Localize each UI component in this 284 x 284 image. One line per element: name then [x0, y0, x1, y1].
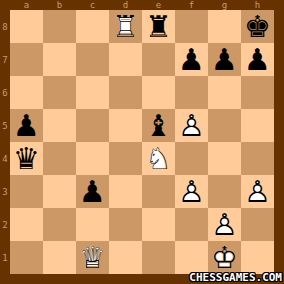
square-d4: [109, 142, 142, 175]
square-h6: [241, 76, 274, 109]
white-pawn: ♟♙: [241, 175, 274, 208]
square-c8: [76, 10, 109, 43]
chess-board: ♜♖♜♚♟♟♟♟♝♟♙♛♞♘♟♟♙♟♙♟♙♛♕♚♔: [10, 10, 274, 274]
square-e7: [142, 43, 175, 76]
rank-label-4: 4: [0, 142, 10, 175]
white-queen: ♛♕: [76, 241, 109, 274]
square-h5: [241, 109, 274, 142]
square-b8: [43, 10, 76, 43]
black-bishop: ♝: [142, 109, 175, 142]
square-e4: ♞♘: [142, 142, 175, 175]
square-g1: ♚♔: [208, 241, 241, 274]
square-h1: [241, 241, 274, 274]
file-labels: abcdefgh: [10, 0, 274, 10]
square-f5: ♟♙: [175, 109, 208, 142]
square-h3: ♟♙: [241, 175, 274, 208]
square-h8: ♚: [241, 10, 274, 43]
rank-label-6: 6: [0, 76, 10, 109]
square-e5: ♝: [142, 109, 175, 142]
black-pawn: ♟: [208, 43, 241, 76]
square-a8: [10, 10, 43, 43]
square-h4: [241, 142, 274, 175]
square-d7: [109, 43, 142, 76]
black-pawn: ♟: [175, 43, 208, 76]
square-f7: ♟: [175, 43, 208, 76]
square-c5: [76, 109, 109, 142]
square-g3: [208, 175, 241, 208]
square-f8: [175, 10, 208, 43]
file-label-b: b: [43, 0, 76, 10]
square-e8: ♜: [142, 10, 175, 43]
square-c4: [76, 142, 109, 175]
file-label-a: a: [10, 0, 43, 10]
black-pawn: ♟: [76, 175, 109, 208]
watermark: CHESSGAMES.COM: [189, 271, 282, 284]
white-knight: ♞♘: [142, 142, 175, 175]
square-e2: [142, 208, 175, 241]
square-f3: ♟♙: [175, 175, 208, 208]
square-g6: [208, 76, 241, 109]
square-a6: [10, 76, 43, 109]
square-b4: [43, 142, 76, 175]
square-b7: [43, 43, 76, 76]
square-e6: [142, 76, 175, 109]
square-b6: [43, 76, 76, 109]
rank-label-5: 5: [0, 109, 10, 142]
file-label-g: g: [208, 0, 241, 10]
square-g2: ♟♙: [208, 208, 241, 241]
square-d1: [109, 241, 142, 274]
rank-label-1: 1: [0, 241, 10, 274]
square-c7: [76, 43, 109, 76]
square-d6: [109, 76, 142, 109]
rank-labels: 87654321: [0, 10, 10, 274]
square-c3: ♟: [76, 175, 109, 208]
square-g4: [208, 142, 241, 175]
square-f6: [175, 76, 208, 109]
square-h2: [241, 208, 274, 241]
square-c1: ♛♕: [76, 241, 109, 274]
chess-diagram: abcdefgh 87654321 ♜♖♜♚♟♟♟♟♝♟♙♛♞♘♟♟♙♟♙♟♙♛…: [0, 0, 284, 284]
square-a2: [10, 208, 43, 241]
white-pawn: ♟♙: [208, 208, 241, 241]
rank-label-7: 7: [0, 43, 10, 76]
rank-label-8: 8: [0, 10, 10, 43]
square-g8: [208, 10, 241, 43]
square-d8: ♜♖: [109, 10, 142, 43]
square-a1: [10, 241, 43, 274]
rank-label-3: 3: [0, 175, 10, 208]
white-pawn: ♟♙: [175, 109, 208, 142]
file-label-c: c: [76, 0, 109, 10]
black-king: ♚: [241, 10, 274, 43]
square-c6: [76, 76, 109, 109]
square-g7: ♟: [208, 43, 241, 76]
file-label-f: f: [175, 0, 208, 10]
square-a3: [10, 175, 43, 208]
square-e3: [142, 175, 175, 208]
black-pawn: ♟: [10, 109, 43, 142]
black-pawn: ♟: [241, 43, 274, 76]
square-c2: [76, 208, 109, 241]
square-b2: [43, 208, 76, 241]
square-a5: ♟: [10, 109, 43, 142]
square-f4: [175, 142, 208, 175]
square-a4: ♛: [10, 142, 43, 175]
white-pawn: ♟♙: [175, 175, 208, 208]
black-queen: ♛: [10, 142, 43, 175]
square-d5: [109, 109, 142, 142]
square-h7: ♟: [241, 43, 274, 76]
square-d2: [109, 208, 142, 241]
square-g5: [208, 109, 241, 142]
square-b1: [43, 241, 76, 274]
square-b5: [43, 109, 76, 142]
square-b3: [43, 175, 76, 208]
rank-label-2: 2: [0, 208, 10, 241]
square-f1: [175, 241, 208, 274]
square-f2: [175, 208, 208, 241]
white-king: ♚♔: [208, 241, 241, 274]
black-rook: ♜: [142, 10, 175, 43]
square-d3: [109, 175, 142, 208]
white-rook: ♜♖: [109, 10, 142, 43]
square-a7: [10, 43, 43, 76]
square-e1: [142, 241, 175, 274]
